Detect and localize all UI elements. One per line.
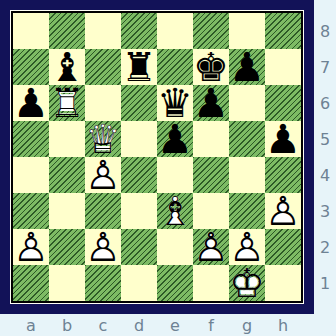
piece-outline-glyph: ♙ (85, 157, 121, 193)
square-f2[interactable]: ♟♙ (193, 229, 229, 265)
file-label-a: a (13, 314, 49, 336)
black-pawn[interactable]: ♟ (157, 121, 193, 157)
file-coordinates: abcdefgh (13, 314, 301, 336)
board-frame: ♝♜♚♟♟♜♖♛♟♛♕♟♟♟♙♝♗♟♙♟♙♟♙♟♙♟♙♚♔ (0, 0, 314, 314)
square-b4[interactable] (49, 157, 85, 193)
rank-label-4: 4 (314, 157, 336, 193)
square-e3[interactable]: ♝♗ (157, 193, 193, 229)
piece-fill-glyph: ♟ (193, 229, 229, 265)
square-b3[interactable] (49, 193, 85, 229)
piece-fill-glyph: ♜ (49, 85, 85, 121)
rank-label-1: 1 (314, 265, 336, 301)
white-pawn[interactable]: ♟♙ (193, 229, 229, 265)
square-c2[interactable]: ♟♙ (85, 229, 121, 265)
square-d2[interactable] (121, 229, 157, 265)
piece-outline-glyph: ♙ (13, 229, 49, 265)
square-e4[interactable] (157, 157, 193, 193)
piece-outline-glyph: ♙ (229, 229, 265, 265)
piece-fill-glyph: ♟ (229, 229, 265, 265)
square-e8[interactable] (157, 13, 193, 49)
file-label-h: h (265, 314, 301, 336)
file-label-d: d (121, 314, 157, 336)
file-label-c: c (85, 314, 121, 336)
piece-glyph: ♚ (193, 49, 229, 85)
white-king[interactable]: ♚♔ (229, 265, 265, 301)
square-a4[interactable] (13, 157, 49, 193)
board-frame-inner-line: ♝♜♚♟♟♜♖♛♟♛♕♟♟♟♙♝♗♟♙♟♙♟♙♟♙♟♙♚♔ (11, 11, 303, 303)
piece-fill-glyph: ♚ (229, 265, 265, 301)
white-pawn[interactable]: ♟♙ (85, 229, 121, 265)
rank-label-3: 3 (314, 193, 336, 229)
square-b8[interactable] (49, 13, 85, 49)
square-c1[interactable] (85, 265, 121, 301)
black-queen[interactable]: ♛ (157, 85, 193, 121)
square-a5[interactable] (13, 121, 49, 157)
square-g4[interactable] (229, 157, 265, 193)
square-e1[interactable] (157, 265, 193, 301)
square-c8[interactable] (85, 13, 121, 49)
square-a3[interactable] (13, 193, 49, 229)
piece-fill-glyph: ♝ (157, 193, 193, 229)
square-d4[interactable] (121, 157, 157, 193)
piece-glyph: ♟ (229, 49, 265, 85)
square-f4[interactable] (193, 157, 229, 193)
square-h5[interactable]: ♟ (265, 121, 301, 157)
square-h7[interactable] (265, 49, 301, 85)
white-queen[interactable]: ♛♕ (85, 121, 121, 157)
square-d6[interactable] (121, 85, 157, 121)
square-b7[interactable]: ♝ (49, 49, 85, 85)
square-g3[interactable] (229, 193, 265, 229)
white-pawn[interactable]: ♟♙ (13, 229, 49, 265)
piece-glyph: ♟ (13, 85, 49, 121)
black-pawn[interactable]: ♟ (229, 49, 265, 85)
square-a8[interactable] (13, 13, 49, 49)
square-h1[interactable] (265, 265, 301, 301)
square-a1[interactable] (13, 265, 49, 301)
piece-glyph: ♟ (157, 121, 193, 157)
square-b5[interactable] (49, 121, 85, 157)
square-e5[interactable]: ♟ (157, 121, 193, 157)
square-e2[interactable] (157, 229, 193, 265)
piece-fill-glyph: ♟ (85, 229, 121, 265)
black-pawn[interactable]: ♟ (13, 85, 49, 121)
rank-label-6: 6 (314, 85, 336, 121)
piece-glyph: ♜ (121, 49, 157, 85)
square-f7[interactable]: ♚ (193, 49, 229, 85)
square-g2[interactable]: ♟♙ (229, 229, 265, 265)
square-h4[interactable] (265, 157, 301, 193)
square-a7[interactable] (13, 49, 49, 85)
piece-fill-glyph: ♛ (85, 121, 121, 157)
piece-fill-glyph: ♟ (265, 193, 301, 229)
piece-outline-glyph: ♔ (229, 265, 265, 301)
rank-label-5: 5 (314, 121, 336, 157)
square-a2[interactable]: ♟♙ (13, 229, 49, 265)
square-f3[interactable] (193, 193, 229, 229)
white-pawn[interactable]: ♟♙ (85, 157, 121, 193)
square-d5[interactable] (121, 121, 157, 157)
square-b1[interactable] (49, 265, 85, 301)
square-d7[interactable]: ♜ (121, 49, 157, 85)
file-label-g: g (229, 314, 265, 336)
square-g5[interactable] (229, 121, 265, 157)
piece-glyph: ♟ (265, 121, 301, 157)
square-g8[interactable] (229, 13, 265, 49)
square-c3[interactable] (85, 193, 121, 229)
square-f5[interactable] (193, 121, 229, 157)
square-f8[interactable] (193, 13, 229, 49)
board-frame-hairline: ♝♜♚♟♟♜♖♛♟♛♕♟♟♟♙♝♗♟♙♟♙♟♙♟♙♟♙♚♔ (10, 10, 304, 304)
square-f6[interactable]: ♟ (193, 85, 229, 121)
rank-coordinates: 87654321 (314, 13, 336, 301)
chess-diagram: ♝♜♚♟♟♜♖♛♟♛♕♟♟♟♙♝♗♟♙♟♙♟♙♟♙♟♙♚♔ 87654321 a… (0, 0, 336, 336)
white-pawn[interactable]: ♟♙ (265, 193, 301, 229)
white-rook[interactable]: ♜♖ (49, 85, 85, 121)
file-label-b: b (49, 314, 85, 336)
square-e6[interactable]: ♛ (157, 85, 193, 121)
black-pawn[interactable]: ♟ (193, 85, 229, 121)
square-g7[interactable]: ♟ (229, 49, 265, 85)
board: ♝♜♚♟♟♜♖♛♟♛♕♟♟♟♙♝♗♟♙♟♙♟♙♟♙♟♙♚♔ (13, 13, 301, 301)
square-h6[interactable] (265, 85, 301, 121)
piece-outline-glyph: ♕ (85, 121, 121, 157)
square-h2[interactable] (265, 229, 301, 265)
piece-outline-glyph: ♗ (157, 193, 193, 229)
square-h3[interactable]: ♟♙ (265, 193, 301, 229)
piece-outline-glyph: ♖ (49, 85, 85, 121)
square-f1[interactable] (193, 265, 229, 301)
piece-glyph: ♝ (49, 49, 85, 85)
piece-fill-glyph: ♟ (85, 157, 121, 193)
piece-outline-glyph: ♙ (85, 229, 121, 265)
square-e7[interactable] (157, 49, 193, 85)
file-label-f: f (193, 314, 229, 336)
square-h8[interactable] (265, 13, 301, 49)
square-d3[interactable] (121, 193, 157, 229)
black-rook[interactable]: ♜ (121, 49, 157, 85)
black-bishop[interactable]: ♝ (49, 49, 85, 85)
square-d8[interactable] (121, 13, 157, 49)
square-d1[interactable] (121, 265, 157, 301)
black-king[interactable]: ♚ (193, 49, 229, 85)
rank-label-8: 8 (314, 13, 336, 49)
rank-label-7: 7 (314, 49, 336, 85)
piece-glyph: ♟ (193, 85, 229, 121)
square-b2[interactable] (49, 229, 85, 265)
piece-outline-glyph: ♙ (193, 229, 229, 265)
square-b6[interactable]: ♜♖ (49, 85, 85, 121)
black-pawn[interactable]: ♟ (265, 121, 301, 157)
file-label-e: e (157, 314, 193, 336)
square-c6[interactable] (85, 85, 121, 121)
square-c5[interactable]: ♛♕ (85, 121, 121, 157)
white-pawn[interactable]: ♟♙ (229, 229, 265, 265)
square-g6[interactable] (229, 85, 265, 121)
square-c4[interactable]: ♟♙ (85, 157, 121, 193)
rank-label-2: 2 (314, 229, 336, 265)
piece-outline-glyph: ♙ (265, 193, 301, 229)
piece-glyph: ♛ (157, 85, 193, 121)
square-g1[interactable]: ♚♔ (229, 265, 265, 301)
white-bishop[interactable]: ♝♗ (157, 193, 193, 229)
square-a6[interactable]: ♟ (13, 85, 49, 121)
square-c7[interactable] (85, 49, 121, 85)
piece-fill-glyph: ♟ (13, 229, 49, 265)
